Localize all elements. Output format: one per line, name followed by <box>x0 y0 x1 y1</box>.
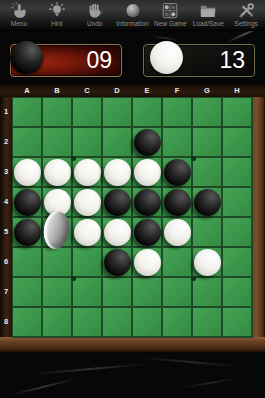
cell-G7[interactable] <box>193 278 223 308</box>
marble-vein <box>150 35 180 41</box>
cell-C1[interactable] <box>73 98 103 128</box>
information-sphere-icon <box>124 2 142 20</box>
cell-C7[interactable] <box>73 278 103 308</box>
newgame-board-icon <box>161 2 179 20</box>
row-label-2: 2 <box>0 127 12 157</box>
board-frame: ABCDEFGH 12345678 <box>0 85 265 352</box>
toolbar-item-hint[interactable]: Hint <box>38 0 76 30</box>
cell-H5[interactable] <box>223 218 253 248</box>
cell-H1[interactable] <box>223 98 253 128</box>
cell-B8[interactable] <box>43 308 73 338</box>
cell-A8[interactable] <box>13 308 43 338</box>
cell-E2[interactable] <box>133 128 163 158</box>
cell-B3[interactable] <box>43 158 73 188</box>
cell-H4[interactable] <box>223 188 253 218</box>
cell-F2[interactable] <box>163 128 193 158</box>
cell-F6[interactable] <box>163 248 193 278</box>
cell-H7[interactable] <box>223 278 253 308</box>
board-bottom-edge <box>0 337 265 352</box>
cell-D5[interactable] <box>103 218 133 248</box>
cell-F4[interactable] <box>163 188 193 218</box>
cell-D2[interactable] <box>103 128 133 158</box>
cell-A6[interactable] <box>13 248 43 278</box>
black-score-value: 09 <box>86 45 112 76</box>
toolbar-item-label: New Game <box>154 20 187 28</box>
row-label-6: 6 <box>0 247 12 277</box>
cell-E3[interactable] <box>133 158 163 188</box>
cell-D6[interactable] <box>103 248 133 278</box>
cell-E4[interactable] <box>133 188 163 218</box>
toolbar-item-label: Menu <box>11 20 27 28</box>
cell-F3[interactable] <box>163 158 193 188</box>
toolbar-item-information[interactable]: Information <box>114 0 152 30</box>
row-label-5: 5 <box>0 217 12 247</box>
cell-C6[interactable] <box>73 248 103 278</box>
othello-app-screen: MenuHintUndoInformationNew GameLoad/Save… <box>0 0 265 398</box>
cell-E1[interactable] <box>133 98 163 128</box>
cell-G6[interactable] <box>193 248 223 278</box>
cell-C5[interactable] <box>73 218 103 248</box>
black-score-panel: 09 <box>10 44 122 77</box>
star-point <box>71 276 76 281</box>
cell-A2[interactable] <box>13 128 43 158</box>
menu-hand-icon <box>10 2 28 20</box>
toolbar-item-label: Load/Save <box>193 20 224 28</box>
board-right-edge <box>252 97 265 337</box>
marble-vein <box>9 378 77 396</box>
cell-E5[interactable] <box>133 218 163 248</box>
cell-E7[interactable] <box>133 278 163 308</box>
cell-D3[interactable] <box>103 158 133 188</box>
star-point <box>71 156 76 161</box>
toolbar-item-label: Information <box>116 20 149 28</box>
cell-G3[interactable] <box>193 158 223 188</box>
settings-tools-icon <box>237 2 255 20</box>
toolbar-item-settings[interactable]: Settings <box>227 0 265 30</box>
cell-G5[interactable] <box>193 218 223 248</box>
cell-F7[interactable] <box>163 278 193 308</box>
cell-A5[interactable] <box>13 218 43 248</box>
marble-vein <box>180 377 239 389</box>
cell-B7[interactable] <box>43 278 73 308</box>
loadsave-folder-icon <box>199 2 217 20</box>
cell-H2[interactable] <box>223 128 253 158</box>
cell-G2[interactable] <box>193 128 223 158</box>
cell-E6[interactable] <box>133 248 163 278</box>
toolbar-item-menu[interactable]: Menu <box>0 0 38 30</box>
undo-hand-icon <box>86 2 104 20</box>
col-label-B: B <box>42 85 72 97</box>
cell-G1[interactable] <box>193 98 223 128</box>
cell-B6[interactable] <box>43 248 73 278</box>
white-score-disc-icon <box>150 41 183 74</box>
marble-vein <box>28 363 153 375</box>
cell-H3[interactable] <box>223 158 253 188</box>
cell-B2[interactable] <box>43 128 73 158</box>
toolbar-item-label: Settings <box>234 20 258 28</box>
cell-B4[interactable] <box>43 188 73 218</box>
cell-C3[interactable] <box>73 158 103 188</box>
cell-D8[interactable] <box>103 308 133 338</box>
cell-G4[interactable] <box>193 188 223 218</box>
row-label-8: 8 <box>0 307 12 337</box>
cell-H8[interactable] <box>223 308 253 338</box>
col-label-D: D <box>102 85 132 97</box>
col-label-F: F <box>162 85 192 97</box>
col-label-C: C <box>72 85 102 97</box>
col-label-E: E <box>132 85 162 97</box>
white-score-panel: 13 <box>143 44 255 77</box>
cell-D4[interactable] <box>103 188 133 218</box>
cell-G8[interactable] <box>193 308 223 338</box>
hint-bulb-icon <box>48 2 66 20</box>
col-label-H: H <box>222 85 252 97</box>
cell-D1[interactable] <box>103 98 133 128</box>
cell-D7[interactable] <box>103 278 133 308</box>
col-label-A: A <box>12 85 42 97</box>
cell-C2[interactable] <box>73 128 103 158</box>
cell-A7[interactable] <box>13 278 43 308</box>
cell-B5[interactable] <box>43 218 73 248</box>
star-point <box>191 276 196 281</box>
row-label-3: 3 <box>0 157 12 187</box>
toolbar-item-label: Hint <box>51 20 63 28</box>
cell-F8[interactable] <box>163 308 193 338</box>
cell-A4[interactable] <box>13 188 43 218</box>
cell-C4[interactable] <box>73 188 103 218</box>
star-point <box>191 156 196 161</box>
toolbar: MenuHintUndoInformationNew GameLoad/Save… <box>0 0 265 31</box>
black-score-disc-icon <box>10 41 43 74</box>
toolbar-item-label: Undo <box>87 20 103 28</box>
col-label-G: G <box>192 85 222 97</box>
cell-A3[interactable] <box>13 158 43 188</box>
toolbar-item-new-game[interactable]: New Game <box>151 0 189 30</box>
cell-F1[interactable] <box>163 98 193 128</box>
marble-vein <box>140 357 240 367</box>
cell-F5[interactable] <box>163 218 193 248</box>
toolbar-item-undo[interactable]: Undo <box>76 0 114 30</box>
row-label-4: 4 <box>0 187 12 217</box>
board-grid <box>12 97 253 338</box>
white-score-value: 13 <box>219 45 245 76</box>
cell-C8[interactable] <box>73 308 103 338</box>
cell-E8[interactable] <box>133 308 163 338</box>
cell-H6[interactable] <box>223 248 253 278</box>
cell-A1[interactable] <box>13 98 43 128</box>
toolbar-item-load-save[interactable]: Load/Save <box>189 0 227 30</box>
row-label-7: 7 <box>0 277 12 307</box>
row-label-1: 1 <box>0 97 12 127</box>
cell-B1[interactable] <box>43 98 73 128</box>
